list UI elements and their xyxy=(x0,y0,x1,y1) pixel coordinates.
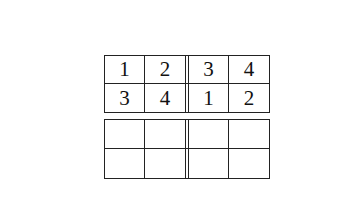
box-left-empty xyxy=(105,120,185,178)
band1-cell-r1c3: 3 xyxy=(189,56,229,84)
band2-cell-r2c4 xyxy=(229,149,269,178)
band2-cell-r2c1 xyxy=(105,149,145,178)
box-right-empty xyxy=(189,120,269,178)
band1-cell-r2c3: 1 xyxy=(189,84,229,112)
sudoku-band-filled: 1 2 3 4 3 4 1 2 xyxy=(104,55,270,113)
band1-cell-r1c1: 1 xyxy=(105,56,145,84)
band1-cell-r2c2: 4 xyxy=(145,84,185,112)
band2-cell-r1c4 xyxy=(229,120,269,149)
band2-cell-r2c2 xyxy=(145,149,185,178)
box-left-filled: 1 2 3 4 xyxy=(105,56,185,112)
band2-cell-r1c3 xyxy=(189,120,229,149)
band1-cell-r1c4: 4 xyxy=(229,56,269,84)
band1-cell-r2c4: 2 xyxy=(229,84,269,112)
puzzle-diagram: 1 2 3 4 3 4 1 2 xyxy=(0,0,356,208)
sudoku-band-empty xyxy=(104,119,270,179)
box-right-filled: 3 4 1 2 xyxy=(189,56,269,112)
band2-cell-r1c1 xyxy=(105,120,145,149)
band2-cell-r1c2 xyxy=(145,120,185,149)
band1-cell-r2c1: 3 xyxy=(105,84,145,112)
band2-cell-r2c3 xyxy=(189,149,229,178)
band1-cell-r1c2: 2 xyxy=(145,56,185,84)
